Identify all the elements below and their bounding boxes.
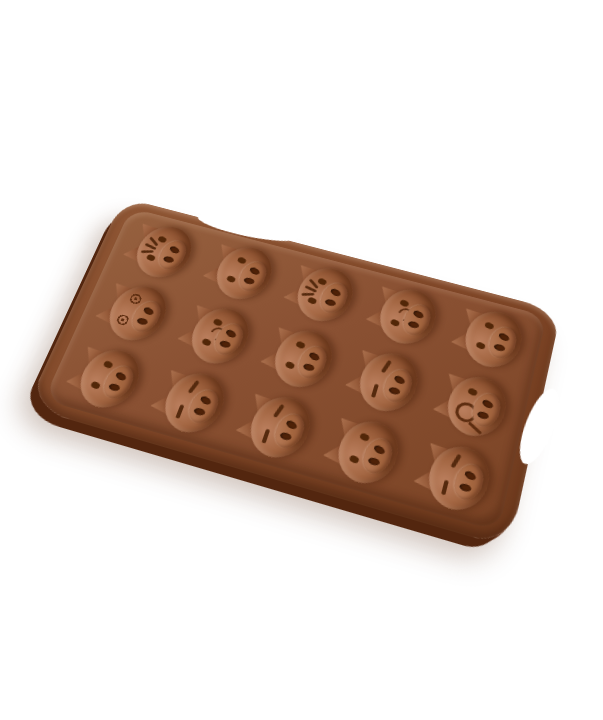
- pig-cavity: [233, 385, 320, 468]
- pig-nostril-right: [248, 266, 260, 276]
- pig-nostril-right: [329, 287, 342, 297]
- pig-nostril-right: [114, 371, 127, 382]
- pig-nostril-left: [219, 340, 232, 349]
- pig-cavity: [147, 362, 235, 443]
- pig-lash-stroke: [141, 250, 153, 252]
- pig-nostril-left: [193, 407, 206, 416]
- pig-nostril-left: [459, 483, 472, 493]
- pig-nostril-left: [493, 343, 505, 352]
- pig-nostril-left: [389, 386, 402, 395]
- pig-cavity: [63, 339, 151, 418]
- pig-nostril-right: [169, 245, 181, 255]
- pig-nostril-right: [142, 306, 155, 316]
- pig-nostril-right: [463, 470, 477, 482]
- chocolate-mold-tray: [26, 198, 561, 548]
- pig-nostril-left: [303, 363, 316, 372]
- pig-nostril-left: [477, 410, 490, 419]
- pig-cavity: [321, 409, 408, 494]
- pig-nostril-right: [393, 375, 406, 386]
- mold-perspective-wrapper: [26, 198, 561, 548]
- pig-nostril-left: [136, 317, 149, 326]
- pig-nostril-left: [108, 383, 121, 392]
- pig-nostril-left: [408, 320, 420, 329]
- pig-nostril-right: [497, 332, 510, 342]
- pig-nostril-right: [481, 398, 494, 409]
- pig-nostril-right: [199, 395, 212, 406]
- pig-cavity: [412, 434, 499, 521]
- pig-cavity: [92, 275, 177, 349]
- pig-nostril-left: [368, 457, 381, 467]
- pig-cavity: [174, 297, 258, 373]
- pig-cavity: [120, 216, 202, 285]
- pig-nostril-right: [224, 328, 237, 338]
- pig-nostril-right: [373, 444, 387, 456]
- pig-nostril-left: [325, 298, 337, 306]
- pig-nostril-left: [163, 255, 175, 263]
- pig-nostril-right: [308, 351, 321, 362]
- pig-nostril-right: [285, 420, 298, 431]
- pig-lash-stroke: [302, 293, 315, 295]
- pig-cavity-grid: [50, 211, 541, 528]
- pig-nostril-right: [413, 309, 426, 319]
- photo-canvas: [0, 0, 603, 720]
- pig-nostril-left: [279, 432, 292, 442]
- pig-nostril-left: [243, 276, 255, 284]
- tray-surface: [44, 208, 547, 532]
